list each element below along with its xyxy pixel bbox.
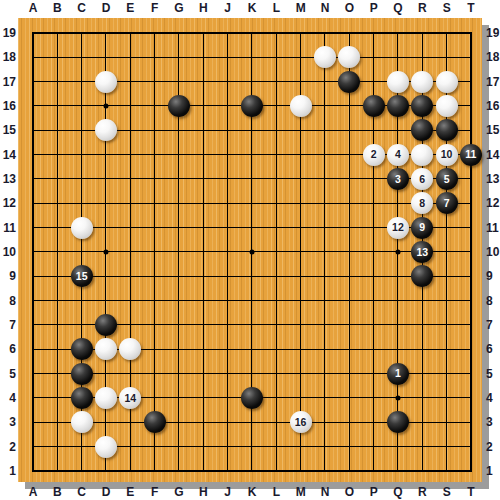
- stone-white-S14[interactable]: 10: [436, 144, 458, 166]
- row-label-left: 5: [0, 367, 16, 381]
- stone-black-R10[interactable]: 13: [411, 241, 433, 263]
- stone-white-D4[interactable]: [95, 387, 117, 409]
- row-label-left: 18: [0, 50, 16, 64]
- column-label-top: F: [145, 1, 165, 15]
- stone-black-C5[interactable]: [71, 363, 93, 385]
- stone-black-Q13[interactable]: 3: [387, 168, 409, 190]
- row-label-left: 9: [0, 269, 16, 283]
- stone-white-R17[interactable]: [411, 71, 433, 93]
- stone-white-R14[interactable]: [411, 144, 433, 166]
- stone-white-O18[interactable]: [338, 46, 360, 68]
- column-label-top: B: [47, 1, 67, 15]
- column-label-top: R: [412, 1, 432, 15]
- stone-black-Q5[interactable]: 1: [387, 363, 409, 385]
- row-label-right: 14: [486, 148, 500, 162]
- stone-black-D7[interactable]: [95, 314, 117, 336]
- row-label-right: 3: [486, 415, 500, 429]
- column-label-bottom: Q: [388, 485, 408, 499]
- column-label-bottom: A: [23, 485, 43, 499]
- stone-black-S15[interactable]: [436, 119, 458, 141]
- row-label-right: 12: [486, 196, 500, 210]
- column-label-bottom: B: [47, 485, 67, 499]
- stone-white-Q14[interactable]: 4: [387, 144, 409, 166]
- column-label-bottom: K: [242, 485, 262, 499]
- stone-black-S13[interactable]: 5: [436, 168, 458, 190]
- column-label-top: D: [96, 1, 116, 15]
- row-label-left: 17: [0, 75, 16, 89]
- row-label-left: 10: [0, 245, 16, 259]
- stone-white-E6[interactable]: [119, 338, 141, 360]
- go-board[interactable]: AABBCCDDEEFFGGHHJJKKLLMMNNOOPPQQRRSSTT19…: [0, 0, 500, 500]
- column-label-top: C: [72, 1, 92, 15]
- stone-black-S12[interactable]: 7: [436, 192, 458, 214]
- column-label-bottom: G: [169, 485, 189, 499]
- column-label-bottom: F: [145, 485, 165, 499]
- stone-white-C3[interactable]: [71, 411, 93, 433]
- stone-white-P14[interactable]: 2: [363, 144, 385, 166]
- column-label-bottom: E: [120, 485, 140, 499]
- column-label-top: P: [364, 1, 384, 15]
- row-label-right: 18: [486, 50, 500, 64]
- stone-black-Q16[interactable]: [387, 95, 409, 117]
- column-label-top: Q: [388, 1, 408, 15]
- stone-white-D2[interactable]: [95, 436, 117, 458]
- column-label-top: K: [242, 1, 262, 15]
- stone-white-R12[interactable]: 8: [411, 192, 433, 214]
- row-label-right: 11: [486, 221, 500, 235]
- stone-black-G16[interactable]: [168, 95, 190, 117]
- stones-layer: 24101136587129131511416: [21, 21, 483, 483]
- row-label-right: 17: [486, 75, 500, 89]
- row-label-left: 1: [0, 464, 16, 478]
- stone-white-D6[interactable]: [95, 338, 117, 360]
- stone-white-N18[interactable]: [314, 46, 336, 68]
- column-label-bottom: P: [364, 485, 384, 499]
- column-label-bottom: C: [72, 485, 92, 499]
- stone-white-M3[interactable]: 16: [290, 411, 312, 433]
- stone-white-D15[interactable]: [95, 119, 117, 141]
- row-label-right: 4: [486, 391, 500, 405]
- row-label-right: 1: [486, 464, 500, 478]
- row-label-right: 8: [486, 294, 500, 308]
- column-label-top: H: [193, 1, 213, 15]
- stone-black-P16[interactable]: [363, 95, 385, 117]
- row-label-right: 10: [486, 245, 500, 259]
- column-label-bottom: T: [461, 485, 481, 499]
- stone-white-M16[interactable]: [290, 95, 312, 117]
- stone-black-O17[interactable]: [338, 71, 360, 93]
- column-label-bottom: N: [315, 485, 335, 499]
- column-label-top: L: [266, 1, 286, 15]
- row-label-left: 15: [0, 123, 16, 137]
- column-label-bottom: D: [96, 485, 116, 499]
- stone-black-C4[interactable]: [71, 387, 93, 409]
- stone-black-K4[interactable]: [241, 387, 263, 409]
- row-label-left: 14: [0, 148, 16, 162]
- column-label-top: G: [169, 1, 189, 15]
- column-label-bottom: H: [193, 485, 213, 499]
- row-label-left: 11: [0, 221, 16, 235]
- stone-black-T14[interactable]: 11: [460, 144, 482, 166]
- stone-black-R9[interactable]: [411, 265, 433, 287]
- column-label-bottom: L: [266, 485, 286, 499]
- stone-black-K16[interactable]: [241, 95, 263, 117]
- row-label-right: 5: [486, 367, 500, 381]
- row-label-left: 2: [0, 440, 16, 454]
- column-label-top: E: [120, 1, 140, 15]
- row-label-right: 13: [486, 172, 500, 186]
- stone-black-R11[interactable]: 9: [411, 217, 433, 239]
- column-label-top: O: [339, 1, 359, 15]
- column-label-top: T: [461, 1, 481, 15]
- stone-white-R13[interactable]: 6: [411, 168, 433, 190]
- column-label-bottom: S: [437, 485, 457, 499]
- row-label-right: 19: [486, 26, 500, 40]
- row-label-left: 4: [0, 391, 16, 405]
- column-label-bottom: R: [412, 485, 432, 499]
- column-label-top: S: [437, 1, 457, 15]
- column-label-top: J: [218, 1, 238, 15]
- stone-white-S16[interactable]: [436, 95, 458, 117]
- row-label-left: 7: [0, 318, 16, 332]
- row-label-left: 8: [0, 294, 16, 308]
- column-label-top: M: [291, 1, 311, 15]
- row-label-right: 15: [486, 123, 500, 137]
- row-label-left: 12: [0, 196, 16, 210]
- row-label-right: 2: [486, 440, 500, 454]
- column-label-bottom: O: [339, 485, 359, 499]
- row-label-right: 6: [486, 342, 500, 356]
- column-label-bottom: J: [218, 485, 238, 499]
- column-label-top: A: [23, 1, 43, 15]
- stone-white-S17[interactable]: [436, 71, 458, 93]
- row-label-right: 9: [486, 269, 500, 283]
- row-label-left: 13: [0, 172, 16, 186]
- stone-black-C9[interactable]: 15: [71, 265, 93, 287]
- stone-black-Q3[interactable]: [387, 411, 409, 433]
- stone-white-D17[interactable]: [95, 71, 117, 93]
- stone-black-F3[interactable]: [144, 411, 166, 433]
- stone-black-R15[interactable]: [411, 119, 433, 141]
- row-label-left: 6: [0, 342, 16, 356]
- stone-white-Q17[interactable]: [387, 71, 409, 93]
- row-label-left: 16: [0, 99, 16, 113]
- stone-black-C6[interactable]: [71, 338, 93, 360]
- row-label-left: 19: [0, 26, 16, 40]
- stone-white-C11[interactable]: [71, 217, 93, 239]
- row-label-right: 16: [486, 99, 500, 113]
- stone-white-E4[interactable]: 14: [119, 387, 141, 409]
- row-label-right: 7: [486, 318, 500, 332]
- row-label-left: 3: [0, 415, 16, 429]
- column-label-top: N: [315, 1, 335, 15]
- column-label-bottom: M: [291, 485, 311, 499]
- stone-black-R16[interactable]: [411, 95, 433, 117]
- stone-white-Q11[interactable]: 12: [387, 217, 409, 239]
